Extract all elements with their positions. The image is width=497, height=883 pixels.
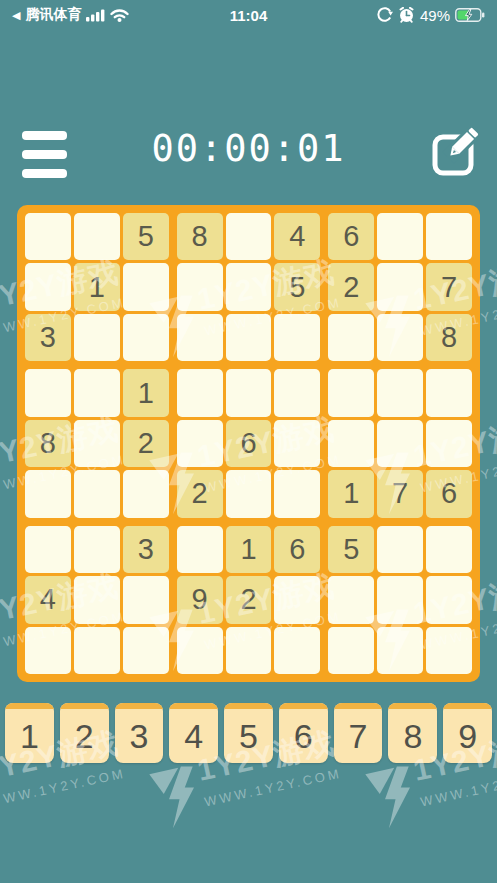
watermark-url: WWW.1Y2Y.COM	[419, 766, 497, 810]
cell-r8c8[interactable]	[377, 576, 423, 623]
cell-r5c4[interactable]	[177, 420, 223, 467]
cell-r2c9[interactable]: 7	[426, 263, 472, 310]
cell-r8c6[interactable]	[274, 576, 320, 623]
menu-bar	[22, 169, 67, 178]
cell-r7c8[interactable]	[377, 526, 423, 573]
numpad-key-label: 1	[5, 709, 54, 763]
cell-r5c1[interactable]: 8	[25, 420, 71, 467]
board-block-7: 34	[25, 526, 169, 674]
cell-r4c4[interactable]	[177, 369, 223, 416]
cell-r1c2[interactable]	[74, 213, 120, 260]
watermark-url: WWW.1Y2Y.COM	[0, 766, 127, 810]
board-block-3: 6278	[328, 213, 472, 361]
cell-r4c9[interactable]	[426, 369, 472, 416]
cell-r7c3[interactable]: 3	[123, 526, 169, 573]
cell-r6c5[interactable]	[226, 470, 272, 517]
cell-r3c8[interactable]	[377, 314, 423, 361]
signal-bars-icon	[86, 9, 105, 22]
cell-r3c7[interactable]	[328, 314, 374, 361]
cell-r9c6[interactable]	[274, 627, 320, 674]
cell-r4c2[interactable]	[74, 369, 120, 416]
watermark-tile: 1Y2Y游戏WWW.1Y2Y.COM	[364, 751, 497, 831]
cell-r3c6[interactable]	[274, 314, 320, 361]
cell-r5c6[interactable]	[274, 420, 320, 467]
cell-r6c6[interactable]	[274, 470, 320, 517]
cell-r7c4[interactable]	[177, 526, 223, 573]
numpad-key-1[interactable]: 1	[5, 703, 54, 763]
cell-r2c3[interactable]	[123, 263, 169, 310]
cell-r6c1[interactable]	[25, 470, 71, 517]
cell-r3c2[interactable]	[74, 314, 120, 361]
cell-r5c3[interactable]: 2	[123, 420, 169, 467]
numpad-key-label: 5	[224, 709, 273, 763]
cell-r9c2[interactable]	[74, 627, 120, 674]
cell-r7c7[interactable]: 5	[328, 526, 374, 573]
cell-r5c5[interactable]: 6	[226, 420, 272, 467]
cell-r4c8[interactable]	[377, 369, 423, 416]
cell-r3c9[interactable]: 8	[426, 314, 472, 361]
cell-r1c3[interactable]: 5	[123, 213, 169, 260]
numpad-key-8[interactable]: 8	[388, 703, 437, 763]
cell-r8c2[interactable]	[74, 576, 120, 623]
back-to-app-icon[interactable]: ◀	[12, 10, 20, 21]
alarm-clock-icon	[398, 7, 415, 23]
brand-bolt-icon	[364, 765, 410, 831]
cell-r6c7[interactable]: 1	[328, 470, 374, 517]
cell-r2c2[interactable]: 1	[74, 263, 120, 310]
cell-r4c1[interactable]	[25, 369, 71, 416]
numpad-key-5[interactable]: 5	[224, 703, 273, 763]
numpad-key-label: 9	[443, 709, 492, 763]
cell-r9c7[interactable]	[328, 627, 374, 674]
cell-r8c1[interactable]: 4	[25, 576, 71, 623]
board-block-8: 1692	[177, 526, 321, 674]
sudoku-board: 5138456278182621763416925	[17, 205, 480, 682]
cell-r5c7[interactable]	[328, 420, 374, 467]
watermark-tile: 1Y2Y游戏WWW.1Y2Y.COM	[0, 751, 124, 831]
cell-r3c1[interactable]: 3	[25, 314, 71, 361]
numpad-key-2[interactable]: 2	[60, 703, 109, 763]
numpad-key-7[interactable]: 7	[334, 703, 383, 763]
cell-r6c3[interactable]	[123, 470, 169, 517]
cell-r7c9[interactable]	[426, 526, 472, 573]
cell-r6c9[interactable]: 6	[426, 470, 472, 517]
cell-r8c7[interactable]	[328, 576, 374, 623]
timer-display: 00:00:01	[0, 127, 497, 170]
number-pad: 123456789	[0, 703, 497, 763]
numpad-key-label: 4	[169, 709, 218, 763]
numpad-key-label: 8	[388, 709, 437, 763]
cell-r9c9[interactable]	[426, 627, 472, 674]
cell-r2c8[interactable]	[377, 263, 423, 310]
board-block-2: 845	[177, 213, 321, 361]
numpad-key-label: 2	[60, 709, 109, 763]
cell-r1c5[interactable]	[226, 213, 272, 260]
numpad-key-label: 6	[279, 709, 328, 763]
cell-r7c1[interactable]	[25, 526, 71, 573]
cell-r2c6[interactable]: 5	[274, 263, 320, 310]
watermark-tile: 1Y2Y游戏WWW.1Y2Y.COM	[148, 751, 340, 831]
cell-r4c5[interactable]	[226, 369, 272, 416]
cell-r7c6[interactable]: 6	[274, 526, 320, 573]
cell-r9c1[interactable]	[25, 627, 71, 674]
numpad-key-3[interactable]: 3	[115, 703, 164, 763]
numpad-key-label: 3	[115, 709, 164, 763]
numpad-key-4[interactable]: 4	[169, 703, 218, 763]
edit-notes-button[interactable]	[431, 127, 479, 179]
cell-r9c3[interactable]	[123, 627, 169, 674]
cell-r2c5[interactable]	[226, 263, 272, 310]
cell-r3c5[interactable]	[226, 314, 272, 361]
watermark-url: WWW.1Y2Y.COM	[203, 766, 343, 810]
cell-r8c5[interactable]: 2	[226, 576, 272, 623]
cell-r9c8[interactable]	[377, 627, 423, 674]
cell-r4c3[interactable]: 1	[123, 369, 169, 416]
cell-r5c2[interactable]	[74, 420, 120, 467]
numpad-key-label: 7	[334, 709, 383, 763]
numpad-key-9[interactable]: 9	[443, 703, 492, 763]
board-block-9: 5	[328, 526, 472, 674]
cell-r1c1[interactable]	[25, 213, 71, 260]
board-block-1: 513	[25, 213, 169, 361]
pencil-edit-icon	[431, 127, 479, 179]
game-header: 00:00:01	[0, 125, 497, 187]
cell-r8c9[interactable]	[426, 576, 472, 623]
carrier-label[interactable]: 腾讯体育	[25, 6, 81, 24]
cell-r3c3[interactable]	[123, 314, 169, 361]
board-block-5: 62	[177, 369, 321, 517]
cell-r2c4[interactable]	[177, 263, 223, 310]
cell-r6c4[interactable]: 2	[177, 470, 223, 517]
brand-bolt-icon	[148, 765, 194, 831]
board-block-4: 182	[25, 369, 169, 517]
wifi-icon	[110, 8, 129, 22]
cell-r9c4[interactable]	[177, 627, 223, 674]
cell-r8c3[interactable]	[123, 576, 169, 623]
cell-r4c6[interactable]	[274, 369, 320, 416]
board-block-6: 176	[328, 369, 472, 517]
cell-r1c4[interactable]: 8	[177, 213, 223, 260]
cell-r3c4[interactable]	[177, 314, 223, 361]
cell-r1c9[interactable]	[426, 213, 472, 260]
cell-r7c5[interactable]: 1	[226, 526, 272, 573]
cell-r6c2[interactable]	[74, 470, 120, 517]
cell-r6c8[interactable]: 7	[377, 470, 423, 517]
rotation-lock-icon	[376, 7, 393, 23]
cell-r1c6[interactable]: 4	[274, 213, 320, 260]
status-bar: ◀ 腾讯体育 11:04 49%	[0, 0, 497, 30]
numpad-key-6[interactable]: 6	[279, 703, 328, 763]
cell-r8c4[interactable]: 9	[177, 576, 223, 623]
cell-r7c2[interactable]	[74, 526, 120, 573]
cell-r1c7[interactable]: 6	[328, 213, 374, 260]
battery-percent-label: 49%	[420, 7, 450, 24]
cell-r4c7[interactable]	[328, 369, 374, 416]
cell-r2c1[interactable]	[25, 263, 71, 310]
cell-r5c8[interactable]	[377, 420, 423, 467]
cell-r1c8[interactable]	[377, 213, 423, 260]
cell-r9c5[interactable]	[226, 627, 272, 674]
cell-r5c9[interactable]	[426, 420, 472, 467]
cell-r2c7[interactable]: 2	[328, 263, 374, 310]
battery-charging-icon	[455, 8, 485, 22]
